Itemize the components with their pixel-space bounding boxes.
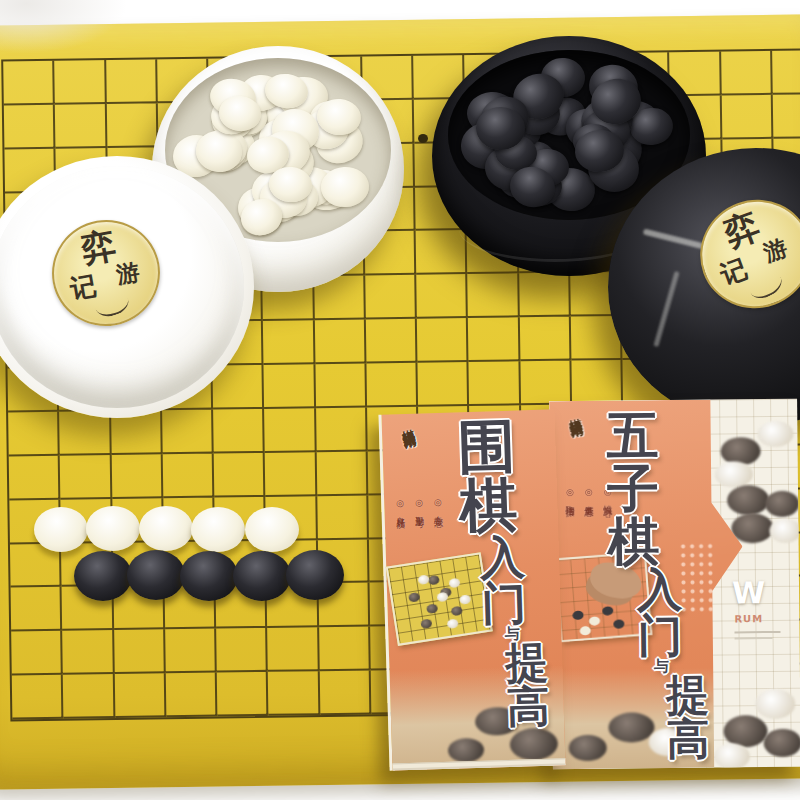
label-flourish — [749, 275, 786, 303]
booklet-title: 围 棋 入 门 与 提 高 — [454, 416, 528, 731]
white-stone — [191, 507, 245, 552]
photo-stone — [569, 735, 607, 761]
title-char: 门 — [481, 581, 524, 628]
title-char: 入 — [479, 535, 522, 582]
title-char: 入 — [637, 567, 667, 613]
black-stone — [180, 551, 238, 601]
photo-stone — [765, 491, 799, 517]
scratch-mark — [653, 271, 679, 347]
photo-stone — [714, 743, 750, 767]
photo-stone — [727, 485, 769, 515]
label-char: 游 — [759, 232, 791, 269]
white-stone — [245, 507, 299, 552]
label-char: 记 — [716, 251, 752, 293]
photo-stone — [715, 461, 753, 487]
title-char: 围 — [454, 416, 520, 477]
booklet-weiqi: 棋牌娱乐指南 ◎专心致志 ◎勤于思考 ◎良好品质 围 棋 入 门 与 提 高 — [378, 409, 565, 770]
ornament — [679, 542, 716, 614]
title-char: 棋 — [600, 514, 667, 568]
white-stone — [34, 507, 88, 552]
black-stone — [74, 551, 132, 601]
title-char: 五 — [599, 408, 666, 462]
black-stone — [233, 551, 291, 601]
label-char: 游 — [114, 256, 142, 291]
title-char: 提 — [505, 642, 526, 686]
strip-pinyin-big: W — [732, 575, 765, 610]
photo-stone — [764, 729, 800, 757]
photo-stone — [509, 727, 558, 760]
bowl-stone — [320, 165, 371, 208]
black-stone — [127, 550, 185, 600]
strip-text-line — [734, 631, 780, 633]
gold-label: 弈 游 记 — [685, 184, 800, 324]
photo-stone — [757, 421, 793, 447]
title-char: 棋 — [455, 476, 521, 537]
title-char: 子 — [600, 461, 667, 515]
title-char: 提 — [666, 674, 668, 718]
black-stone — [286, 550, 344, 600]
photo-stone — [426, 603, 438, 614]
scene: 弈 游 记 弈 游 记 W RUM 棋牌娱乐指南 ◎愉悦身心 ◎磨炼意志 — [0, 0, 800, 800]
photo-stone — [418, 574, 430, 585]
gold-label: 弈 游 记 — [44, 211, 169, 334]
photo-stone — [420, 619, 432, 630]
photo-stone — [408, 592, 420, 603]
title-char: 高 — [506, 686, 527, 730]
title-char: 高 — [666, 718, 668, 762]
photo-stone — [769, 519, 800, 543]
white-stone — [139, 506, 193, 551]
label-char: 弈 — [78, 222, 119, 273]
photo-stone — [428, 575, 440, 586]
label-char: 记 — [67, 268, 99, 307]
photo-stone — [436, 592, 448, 603]
label-char: 弈 — [718, 203, 766, 258]
strip-pinyin-small: RUM — [734, 613, 763, 624]
photo-stone — [447, 618, 459, 629]
white-stone — [86, 506, 140, 551]
banner-text: 棋牌娱乐指南 — [563, 407, 582, 417]
booklet-title: 五 子 棋 入 门 与 提 高 — [599, 408, 669, 763]
booklet-gomoku: W RUM 棋牌娱乐指南 ◎愉悦身心 ◎磨炼意志 ◎陶冶情操 五 子 棋 入 门… — [549, 399, 800, 770]
photo-stone — [755, 689, 795, 719]
photo-stone — [448, 738, 485, 763]
photo-stone — [731, 513, 773, 543]
title-char: 门 — [637, 613, 667, 659]
strip-text-line — [735, 637, 773, 639]
banner-text: 棋牌娱乐指南 — [395, 418, 414, 428]
label-flourish — [95, 296, 132, 320]
